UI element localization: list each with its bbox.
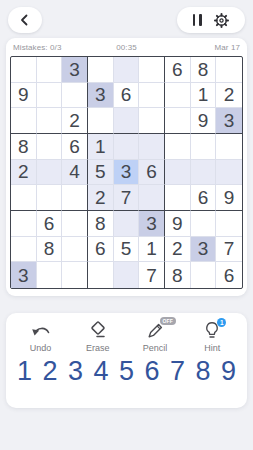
cell-r5c1[interactable]: 2 [11, 160, 37, 186]
cell-r5c9[interactable] [216, 160, 242, 186]
cell-r9c7[interactable]: 8 [165, 262, 191, 288]
pause-icon [193, 14, 202, 26]
cell-r7c5[interactable] [114, 211, 140, 237]
undo-label: Undo [30, 343, 52, 353]
cell-r3c8[interactable]: 9 [191, 108, 217, 134]
cell-r5c6[interactable]: 6 [139, 160, 165, 186]
cell-r6c3[interactable] [62, 185, 88, 211]
erase-button[interactable]: Erase [78, 321, 118, 353]
cell-r9c9[interactable]: 6 [216, 262, 242, 288]
cell-r4c8[interactable] [191, 134, 217, 160]
cell-r8c6[interactable]: 1 [139, 237, 165, 263]
cell-r7c8[interactable] [191, 211, 217, 237]
settings-button[interactable] [213, 12, 230, 29]
cell-r2c4[interactable]: 3 [88, 83, 114, 109]
cell-r8c8[interactable]: 3 [191, 237, 217, 263]
cell-r4c6[interactable] [139, 134, 165, 160]
cell-r4c1[interactable]: 8 [11, 134, 37, 160]
cell-r8c7[interactable]: 2 [165, 237, 191, 263]
sudoku-board: 36893612293861245362769683986512373786 [10, 56, 243, 289]
cell-r1c8[interactable]: 8 [191, 57, 217, 83]
cell-r8c5[interactable]: 5 [114, 237, 140, 263]
cell-r2c5[interactable]: 6 [114, 83, 140, 109]
cell-r4c4[interactable]: 1 [88, 134, 114, 160]
cell-r7c2[interactable]: 6 [37, 211, 63, 237]
status-row: Mistakes: 0/3 00:35 Mar 17 [6, 38, 247, 56]
cell-r8c3[interactable] [62, 237, 88, 263]
date-label: Mar 17 [164, 43, 240, 52]
numpad-2[interactable]: 2 [42, 354, 57, 388]
numpad-4[interactable]: 4 [93, 354, 108, 388]
cell-r7c3[interactable] [62, 211, 88, 237]
cell-r2c8[interactable]: 1 [191, 83, 217, 109]
undo-icon [30, 323, 52, 338]
cell-r7c4[interactable]: 8 [88, 211, 114, 237]
cell-r1c5[interactable] [114, 57, 140, 83]
cell-r3c3[interactable]: 2 [62, 108, 88, 134]
chevron-left-icon [18, 13, 32, 27]
cell-r5c5[interactable]: 3 [114, 160, 140, 186]
cell-r6c9[interactable]: 9 [216, 185, 242, 211]
cell-r1c1[interactable] [11, 57, 37, 83]
cell-r4c9[interactable] [216, 134, 242, 160]
hint-count-badge: 1 [217, 318, 226, 327]
cell-r7c1[interactable] [11, 211, 37, 237]
pencil-off-badge: OFF [160, 317, 176, 325]
cell-r8c9[interactable]: 7 [216, 237, 242, 263]
timer-label: 00:35 [89, 43, 165, 52]
cell-r4c7[interactable] [165, 134, 191, 160]
cell-r7c6[interactable]: 3 [139, 211, 165, 237]
numpad-1[interactable]: 1 [17, 354, 32, 388]
cell-r9c8[interactable] [191, 262, 217, 288]
cell-r6c7[interactable] [165, 185, 191, 211]
cell-r5c2[interactable] [37, 160, 63, 186]
cell-r3c2[interactable] [37, 108, 63, 134]
number-pad: 1 2 3 4 5 6 7 8 9 [6, 353, 247, 388]
cell-r9c2[interactable] [37, 262, 63, 288]
hint-button[interactable]: 1 Hint [192, 321, 232, 353]
cell-r2c3[interactable] [62, 83, 88, 109]
cell-r2c1[interactable]: 9 [11, 83, 37, 109]
cell-r1c3[interactable]: 3 [62, 57, 88, 83]
pencil-label: Pencil [143, 343, 168, 353]
cell-r3c5[interactable] [114, 108, 140, 134]
cell-r1c2[interactable] [37, 57, 63, 83]
cell-r9c1[interactable]: 3 [11, 262, 37, 288]
topbar-right-pill [177, 7, 245, 33]
cell-r2c9[interactable]: 2 [216, 83, 242, 109]
cell-r7c7[interactable]: 9 [165, 211, 191, 237]
cell-r8c4[interactable]: 6 [88, 237, 114, 263]
cell-r4c2[interactable] [37, 134, 63, 160]
numpad-7[interactable]: 7 [170, 354, 185, 388]
cell-r4c5[interactable] [114, 134, 140, 160]
cell-r3c1[interactable] [11, 108, 37, 134]
cell-r2c2[interactable] [37, 83, 63, 109]
cell-r1c4[interactable] [88, 57, 114, 83]
numpad-3[interactable]: 3 [68, 354, 83, 388]
mistakes-label: Mistakes: 0/3 [13, 43, 89, 52]
numpad-9[interactable]: 9 [221, 354, 236, 388]
cell-r9c3[interactable] [62, 262, 88, 288]
cell-r5c3[interactable]: 4 [62, 160, 88, 186]
cell-r6c6[interactable] [139, 185, 165, 211]
back-button[interactable] [8, 7, 42, 33]
cell-r1c6[interactable] [139, 57, 165, 83]
cell-r6c1[interactable] [11, 185, 37, 211]
cell-r3c4[interactable] [88, 108, 114, 134]
cell-r3c7[interactable] [165, 108, 191, 134]
cell-r1c7[interactable]: 6 [165, 57, 191, 83]
eraser-icon [88, 321, 108, 340]
cell-r2c6[interactable] [139, 83, 165, 109]
numpad-5[interactable]: 5 [119, 354, 134, 388]
cell-r5c7[interactable] [165, 160, 191, 186]
cell-r9c4[interactable] [88, 262, 114, 288]
toolbar: Undo Erase OFF Pencil [6, 313, 247, 353]
numpad-8[interactable]: 8 [195, 354, 210, 388]
cell-r7c9[interactable] [216, 211, 242, 237]
cell-r6c8[interactable]: 6 [191, 185, 217, 211]
cell-r9c6[interactable]: 7 [139, 262, 165, 288]
cell-r8c2[interactable]: 8 [37, 237, 63, 263]
cell-r6c5[interactable]: 7 [114, 185, 140, 211]
cell-r3c6[interactable] [139, 108, 165, 134]
cell-r1c9[interactable] [216, 57, 242, 83]
tool-card: Undo Erase OFF Pencil [6, 313, 247, 408]
cell-r8c1[interactable] [11, 237, 37, 263]
cell-r5c4[interactable]: 5 [88, 160, 114, 186]
pencil-button[interactable]: OFF Pencil [135, 321, 175, 353]
cell-r3c9[interactable]: 3 [216, 108, 242, 134]
pause-button[interactable] [193, 14, 202, 26]
cell-r6c4[interactable]: 2 [88, 185, 114, 211]
cell-r4c3[interactable]: 6 [62, 134, 88, 160]
undo-button[interactable]: Undo [21, 321, 61, 353]
numpad-6[interactable]: 6 [144, 354, 159, 388]
cell-r6c2[interactable] [37, 185, 63, 211]
hint-label: Hint [204, 343, 220, 353]
cell-r9c5[interactable] [114, 262, 140, 288]
board-card: Mistakes: 0/3 00:35 Mar 17 3689361229386… [6, 38, 247, 296]
gear-icon [213, 12, 230, 29]
erase-label: Erase [86, 343, 110, 353]
cell-r5c8[interactable] [191, 160, 217, 186]
cell-r2c7[interactable] [165, 83, 191, 109]
